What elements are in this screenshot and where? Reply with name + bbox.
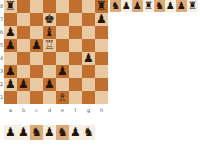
square-h8[interactable]: ♜ xyxy=(95,0,108,13)
file-label-d: d xyxy=(43,106,56,115)
square-e2[interactable] xyxy=(56,78,69,91)
square-g8[interactable] xyxy=(82,0,95,13)
square-a2[interactable]: ♟ xyxy=(4,78,17,91)
file-label-a: a xyxy=(4,106,17,115)
square-h4[interactable] xyxy=(95,52,108,65)
square-c5[interactable]: ♟ xyxy=(30,39,43,52)
bottom-piece-tray: ♟♟♞♟♞♟♞ xyxy=(4,125,95,140)
black-knight-piece: ♞ xyxy=(155,0,164,12)
square-g3[interactable] xyxy=(82,65,95,78)
square-d7[interactable]: ♚ xyxy=(43,13,56,26)
black-pawn-piece: ♟ xyxy=(18,78,29,91)
square-d4[interactable] xyxy=(43,52,56,65)
square-f5[interactable] xyxy=(69,39,82,52)
square-c7[interactable] xyxy=(30,13,43,26)
square-h7[interactable]: ♟ xyxy=(95,13,108,26)
square-a7[interactable] xyxy=(4,13,17,26)
black-knight-piece: ♞ xyxy=(57,125,68,140)
black-pawn-piece: ♟ xyxy=(133,0,142,12)
black-bishop-piece: ♝ xyxy=(44,26,55,39)
square-h1[interactable] xyxy=(95,91,108,104)
square-d1[interactable] xyxy=(43,91,56,104)
square-b5[interactable] xyxy=(17,39,30,52)
chess-board: ♜♜♚♟♟♝♟♟♖♟♟♟♟♟♟♗ xyxy=(4,0,108,104)
square-f7[interactable] xyxy=(69,13,82,26)
square-e3[interactable]: ♟ xyxy=(56,65,69,78)
black-pawn-piece: ♟ xyxy=(5,65,16,78)
square-e1[interactable]: ♗ xyxy=(56,91,69,104)
square-a4[interactable] xyxy=(4,52,17,65)
bottom-tray-tile-pawn-4[interactable]: ♟ xyxy=(43,125,56,140)
black-king-piece: ♚ xyxy=(44,13,55,26)
square-d3[interactable] xyxy=(43,65,56,78)
square-f1[interactable] xyxy=(69,91,82,104)
square-g2[interactable] xyxy=(82,78,95,91)
black-rook-piece: ♜ xyxy=(188,0,197,12)
top-piece-tray: ♞♟♟♜♞♟♟♜ xyxy=(110,0,198,12)
square-b7[interactable] xyxy=(17,13,30,26)
file-label-h: h xyxy=(95,106,108,115)
square-f8[interactable] xyxy=(69,0,82,13)
square-a6[interactable]: ♟ xyxy=(4,26,17,39)
black-pawn-piece: ♟ xyxy=(44,125,55,140)
bottom-tray-tile-pawn-1[interactable]: ♟ xyxy=(4,125,17,140)
bottom-tray-tile-pawn-2[interactable]: ♟ xyxy=(17,125,30,140)
square-c1[interactable] xyxy=(30,91,43,104)
square-b3[interactable] xyxy=(17,65,30,78)
black-pawn-piece: ♟ xyxy=(166,0,175,12)
top-tray-tile-pawn-3[interactable]: ♟ xyxy=(132,0,143,12)
square-c3[interactable] xyxy=(30,65,43,78)
square-h5[interactable] xyxy=(95,39,108,52)
square-e4[interactable] xyxy=(56,52,69,65)
top-tray-tile-rook-8[interactable]: ♜ xyxy=(187,0,198,12)
square-d2[interactable]: ♟ xyxy=(43,78,56,91)
black-pawn-piece: ♟ xyxy=(57,65,68,78)
square-e7[interactable] xyxy=(56,13,69,26)
square-c6[interactable] xyxy=(30,26,43,39)
square-c8[interactable] xyxy=(30,0,43,13)
square-c4[interactable] xyxy=(30,52,43,65)
black-pawn-piece: ♟ xyxy=(5,78,16,91)
black-pawn-piece: ♟ xyxy=(44,78,55,91)
bottom-tray-tile-pawn-6[interactable]: ♟ xyxy=(69,125,82,140)
square-h6[interactable] xyxy=(95,26,108,39)
black-pawn-piece: ♟ xyxy=(96,13,107,26)
square-b1[interactable] xyxy=(17,91,30,104)
black-pawn-piece: ♟ xyxy=(122,0,131,12)
black-pawn-piece: ♟ xyxy=(5,125,16,140)
square-d8[interactable] xyxy=(43,0,56,13)
square-g1[interactable] xyxy=(82,91,95,104)
black-pawn-piece: ♟ xyxy=(177,0,186,12)
black-pawn-piece: ♟ xyxy=(31,39,42,52)
black-pawn-piece: ♟ xyxy=(5,39,16,52)
file-label-b: b xyxy=(17,106,30,115)
square-c2[interactable] xyxy=(30,78,43,91)
square-f2[interactable] xyxy=(69,78,82,91)
square-e5[interactable] xyxy=(56,39,69,52)
square-d6[interactable]: ♝ xyxy=(43,26,56,39)
black-rook-piece: ♜ xyxy=(96,0,107,13)
white-rook-piece: ♖ xyxy=(44,39,55,52)
square-b8[interactable] xyxy=(17,0,30,13)
file-label-c: c xyxy=(30,106,43,115)
black-knight-piece: ♞ xyxy=(111,0,120,12)
square-a3[interactable]: ♟ xyxy=(4,65,17,78)
file-label-g: g xyxy=(82,106,95,115)
top-tray-tile-pawn-2[interactable]: ♟ xyxy=(121,0,132,12)
black-knight-piece: ♞ xyxy=(31,125,42,140)
square-a5[interactable]: ♟ xyxy=(4,39,17,52)
black-rook-piece: ♜ xyxy=(144,0,153,12)
square-b4[interactable] xyxy=(17,52,30,65)
square-h3[interactable] xyxy=(95,65,108,78)
black-knight-piece: ♞ xyxy=(83,125,94,140)
top-tray-tile-pawn-6[interactable]: ♟ xyxy=(165,0,176,12)
square-g6[interactable] xyxy=(82,26,95,39)
square-g7[interactable] xyxy=(82,13,95,26)
square-h2[interactable] xyxy=(95,78,108,91)
black-pawn-piece: ♟ xyxy=(70,125,81,140)
square-b6[interactable] xyxy=(17,26,30,39)
top-tray-tile-knight-5[interactable]: ♞ xyxy=(154,0,165,12)
file-label-e: e xyxy=(56,106,69,115)
square-d5[interactable]: ♖ xyxy=(43,39,56,52)
square-f6[interactable] xyxy=(69,26,82,39)
square-e6[interactable] xyxy=(56,26,69,39)
bottom-tray-tile-knight-5[interactable]: ♞ xyxy=(56,125,69,140)
black-rook-piece: ♜ xyxy=(5,0,16,13)
square-b2[interactable]: ♟ xyxy=(17,78,30,91)
black-pawn-piece: ♟ xyxy=(83,52,94,65)
square-a1[interactable] xyxy=(4,91,17,104)
bottom-tray-tile-knight-3[interactable]: ♞ xyxy=(30,125,43,140)
black-pawn-piece: ♟ xyxy=(18,125,29,140)
square-e8[interactable] xyxy=(56,0,69,13)
square-g4[interactable]: ♟ xyxy=(82,52,95,65)
chess-app: 87654321 ♜♜♚♟♟♝♟♟♖♟♟♟♟♟♟♗ abcdefgh ♞♟♟♜♞… xyxy=(0,0,200,150)
top-tray-tile-rook-4[interactable]: ♜ xyxy=(143,0,154,12)
black-pawn-piece: ♟ xyxy=(5,26,16,39)
square-g5[interactable] xyxy=(82,39,95,52)
white-bishop-piece: ♗ xyxy=(57,91,68,104)
top-tray-tile-knight-1[interactable]: ♞ xyxy=(110,0,121,12)
bottom-tray-tile-knight-7[interactable]: ♞ xyxy=(82,125,95,140)
square-f3[interactable] xyxy=(69,65,82,78)
top-tray-tile-pawn-7[interactable]: ♟ xyxy=(176,0,187,12)
file-label-f: f xyxy=(69,106,82,115)
square-f4[interactable] xyxy=(69,52,82,65)
square-a8[interactable]: ♜ xyxy=(4,0,17,13)
